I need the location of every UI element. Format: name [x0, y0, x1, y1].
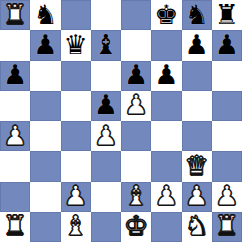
piece-black-pawn[interactable]: ♟ [215, 31, 239, 58]
piece-white-rook[interactable]: ♜ [215, 212, 239, 239]
square-c8[interactable] [61, 0, 91, 30]
square-f5[interactable] [151, 91, 181, 121]
square-g4[interactable] [182, 121, 212, 151]
piece-white-bishop[interactable]: ♝ [124, 182, 148, 209]
piece-black-king[interactable]: ♚ [154, 1, 178, 28]
piece-black-pawn[interactable]: ♟ [94, 91, 118, 118]
piece-black-rook[interactable]: ♜ [215, 1, 239, 28]
square-c5[interactable] [61, 91, 91, 121]
square-a8[interactable]: ♜ [0, 0, 30, 30]
square-b4[interactable] [30, 121, 60, 151]
square-f8[interactable]: ♚ [151, 0, 181, 30]
square-g5[interactable] [182, 91, 212, 121]
square-b8[interactable]: ♞ [30, 0, 60, 30]
square-c4[interactable] [61, 121, 91, 151]
square-a2[interactable] [0, 182, 30, 212]
square-e3[interactable] [121, 151, 151, 181]
square-a5[interactable] [0, 91, 30, 121]
piece-white-pawn[interactable]: ♟ [185, 182, 209, 209]
square-d8[interactable] [91, 0, 121, 30]
square-d4[interactable]: ♟ [91, 121, 121, 151]
piece-white-pawn[interactable]: ♟ [124, 91, 148, 118]
piece-white-rook[interactable]: ♜ [3, 1, 27, 28]
square-c7[interactable]: ♛ [61, 30, 91, 60]
piece-black-queen[interactable]: ♛ [64, 31, 88, 58]
piece-white-bishop[interactable]: ♝ [64, 212, 88, 239]
square-e5[interactable]: ♟ [121, 91, 151, 121]
square-e7[interactable] [121, 30, 151, 60]
square-h5[interactable] [212, 91, 242, 121]
square-d5[interactable]: ♟ [91, 91, 121, 121]
square-g7[interactable]: ♟ [182, 30, 212, 60]
chess-board-container: ♜♞♚♞♜♟♛♝♟♟♟♟♟♟♟♟♟♛♟♝♟♟♟♜♝♚♞♜ [0, 0, 242, 242]
square-h8[interactable]: ♜ [212, 0, 242, 30]
square-e2[interactable]: ♝ [121, 182, 151, 212]
square-b3[interactable] [30, 151, 60, 181]
square-d7[interactable]: ♝ [91, 30, 121, 60]
square-f6[interactable]: ♟ [151, 61, 181, 91]
square-d2[interactable] [91, 182, 121, 212]
square-f4[interactable] [151, 121, 181, 151]
square-f1[interactable] [151, 212, 181, 242]
piece-white-pawn[interactable]: ♟ [215, 182, 239, 209]
piece-black-knight[interactable]: ♞ [33, 1, 57, 28]
square-a4[interactable]: ♟ [0, 121, 30, 151]
square-h2[interactable]: ♟ [212, 182, 242, 212]
piece-white-queen[interactable]: ♛ [185, 152, 209, 179]
square-b1[interactable] [30, 212, 60, 242]
piece-white-pawn[interactable]: ♟ [94, 122, 118, 149]
square-h4[interactable] [212, 121, 242, 151]
square-h7[interactable]: ♟ [212, 30, 242, 60]
square-g3[interactable]: ♛ [182, 151, 212, 181]
square-b5[interactable] [30, 91, 60, 121]
piece-white-knight[interactable]: ♞ [185, 212, 209, 239]
square-f3[interactable] [151, 151, 181, 181]
square-h3[interactable] [212, 151, 242, 181]
piece-white-rook[interactable]: ♜ [3, 212, 27, 239]
square-a3[interactable] [0, 151, 30, 181]
square-g8[interactable]: ♞ [182, 0, 212, 30]
piece-black-pawn[interactable]: ♟ [33, 31, 57, 58]
square-h6[interactable] [212, 61, 242, 91]
square-a7[interactable] [0, 30, 30, 60]
square-e6[interactable]: ♟ [121, 61, 151, 91]
square-d1[interactable] [91, 212, 121, 242]
square-c3[interactable] [61, 151, 91, 181]
square-h1[interactable]: ♜ [212, 212, 242, 242]
square-g2[interactable]: ♟ [182, 182, 212, 212]
square-b6[interactable] [30, 61, 60, 91]
square-e1[interactable]: ♚ [121, 212, 151, 242]
piece-white-pawn[interactable]: ♟ [64, 182, 88, 209]
piece-black-pawn[interactable]: ♟ [124, 61, 148, 88]
piece-black-pawn[interactable]: ♟ [185, 31, 209, 58]
piece-white-pawn[interactable]: ♟ [3, 122, 27, 149]
piece-white-king[interactable]: ♚ [124, 212, 148, 239]
square-a6[interactable]: ♟ [0, 61, 30, 91]
square-a1[interactable]: ♜ [0, 212, 30, 242]
square-d3[interactable] [91, 151, 121, 181]
square-f7[interactable] [151, 30, 181, 60]
square-b2[interactable] [30, 182, 60, 212]
square-g6[interactable] [182, 61, 212, 91]
piece-black-pawn[interactable]: ♟ [154, 61, 178, 88]
piece-black-knight[interactable]: ♞ [185, 1, 209, 28]
square-d6[interactable] [91, 61, 121, 91]
square-g1[interactable]: ♞ [182, 212, 212, 242]
square-f2[interactable]: ♟ [151, 182, 181, 212]
square-e8[interactable] [121, 0, 151, 30]
chess-board: ♜♞♚♞♜♟♛♝♟♟♟♟♟♟♟♟♟♛♟♝♟♟♟♜♝♚♞♜ [0, 0, 242, 242]
piece-black-bishop[interactable]: ♝ [94, 31, 118, 58]
square-c2[interactable]: ♟ [61, 182, 91, 212]
square-e4[interactable] [121, 121, 151, 151]
piece-black-pawn[interactable]: ♟ [3, 61, 27, 88]
square-c1[interactable]: ♝ [61, 212, 91, 242]
square-c6[interactable] [61, 61, 91, 91]
square-b7[interactable]: ♟ [30, 30, 60, 60]
piece-white-pawn[interactable]: ♟ [154, 182, 178, 209]
